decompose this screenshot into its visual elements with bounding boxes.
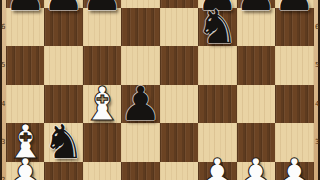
square-e4[interactable]: [160, 85, 198, 123]
square-e3[interactable]: [160, 123, 198, 161]
piece-white-pawn-f2[interactable]: ♟: [198, 157, 236, 180]
square-h4[interactable]: [275, 85, 313, 123]
piece-white-pawn-g2[interactable]: ♟: [237, 157, 275, 180]
rank-label-3-right: 3: [314, 138, 320, 147]
piece-white-pawn-a2[interactable]: ♟: [6, 157, 44, 180]
rank-label-5-right: 5: [314, 61, 320, 70]
rank-label-5-left: 5: [1, 61, 7, 70]
piece-black-knight-f6[interactable]: ♞: [198, 8, 236, 46]
rank-label-4-left: 4: [1, 100, 7, 109]
square-d6[interactable]: [121, 8, 159, 46]
square-d2[interactable]: [121, 162, 159, 180]
square-a5[interactable]: [6, 46, 44, 84]
square-h5[interactable]: [275, 46, 313, 84]
square-e5[interactable]: [160, 46, 198, 84]
rank-label-6-right: 6: [314, 23, 320, 32]
chess-board[interactable]: ♟♟♟♟♟♟♞♝♟♝♞♟♟♟♟ 654326543: [0, 0, 320, 180]
rank-label-3-left: 3: [1, 138, 7, 147]
piece-black-pawn-b7[interactable]: ♟: [44, 0, 82, 13]
piece-black-pawn-d4[interactable]: ♟: [121, 85, 159, 123]
piece-black-pawn-c7[interactable]: ♟: [83, 0, 121, 13]
square-g5[interactable]: [237, 46, 275, 84]
square-e2[interactable]: [160, 162, 198, 180]
square-f4[interactable]: [198, 85, 236, 123]
piece-black-knight-b3[interactable]: ♞: [44, 123, 82, 161]
piece-black-pawn-h7[interactable]: ♟: [275, 0, 313, 13]
square-e7[interactable]: [160, 0, 198, 8]
rank-label-2-left: 2: [1, 176, 7, 180]
piece-white-pawn-h2[interactable]: ♟: [275, 157, 313, 180]
piece-white-bishop-c4[interactable]: ♝: [83, 85, 121, 123]
piece-black-pawn-a7[interactable]: ♟: [6, 0, 44, 13]
square-b5[interactable]: [44, 46, 82, 84]
square-c2[interactable]: [83, 162, 121, 180]
square-e6[interactable]: [160, 8, 198, 46]
piece-black-pawn-g7[interactable]: ♟: [237, 0, 275, 13]
square-g4[interactable]: [237, 85, 275, 123]
square-d7[interactable]: [121, 0, 159, 8]
rank-label-6-left: 6: [1, 23, 7, 32]
rank-label-4-right: 4: [314, 100, 320, 109]
